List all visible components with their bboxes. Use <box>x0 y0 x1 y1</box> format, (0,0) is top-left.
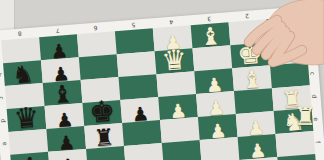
square-f7: ♟ <box>48 149 88 160</box>
square-f2: ♟ <box>238 134 278 160</box>
file-label-right-f: f <box>314 137 322 148</box>
black-pawn-f7: ♟ <box>59 156 77 160</box>
square-c7: ♝ <box>43 80 83 106</box>
square-b8: ♞ <box>3 60 43 86</box>
square-e6: ♜ <box>84 123 124 149</box>
square-e4 <box>160 117 200 143</box>
square-e5 <box>122 120 162 146</box>
file-label-left-e: e <box>2 138 10 149</box>
square-c8 <box>5 83 45 109</box>
square-f3 <box>200 137 240 160</box>
square-c6 <box>81 77 121 103</box>
square-d6: ♚ <box>82 100 122 126</box>
square-c5 <box>119 74 159 100</box>
photo-canvas: ♟♟♝aa♞♟♛♚bb♝♟♝cc♛♟♚♟♟♟♜dd♟♜♟♟♞ee♝♟♟ff♞♟♟… <box>0 0 324 160</box>
square-b7: ♟ <box>41 57 81 83</box>
square-e8 <box>8 129 48 155</box>
square-a8 <box>1 37 41 63</box>
hand <box>174 0 324 115</box>
square-b6 <box>79 54 119 80</box>
square-a7: ♟ <box>39 34 79 60</box>
square-a5 <box>115 28 155 54</box>
square-f4 <box>162 140 202 160</box>
square-e3: ♟ <box>198 114 238 140</box>
square-e7: ♟ <box>46 126 86 152</box>
square-f6 <box>86 146 126 160</box>
square-a6 <box>77 31 117 57</box>
square-f5 <box>124 143 164 160</box>
square-f1 <box>275 131 315 157</box>
black-bishop-f8: ♝ <box>19 154 42 160</box>
square-b5 <box>117 51 157 77</box>
square-d8: ♛ <box>7 106 47 132</box>
square-d5: ♟ <box>120 97 160 123</box>
square-d7: ♟ <box>45 103 85 129</box>
